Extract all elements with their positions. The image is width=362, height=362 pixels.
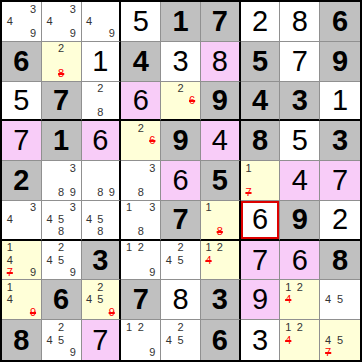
given-digit: 6 — [201, 320, 239, 360]
cell-r9c4[interactable]: 129 — [121, 320, 161, 360]
pencil-mark: 3 — [67, 3, 79, 15]
cell-r8c4[interactable]: 7 — [121, 280, 161, 320]
pencil-mark-empty — [55, 55, 67, 67]
pencil-mark-empty — [67, 214, 79, 226]
pencil-mark-empty — [147, 187, 159, 199]
cell-r6c1[interactable]: 34 — [2, 201, 42, 241]
given-digit: 1 — [42, 121, 81, 160]
pencil-mark-empty — [225, 202, 236, 214]
pencil-marks: 124 — [201, 241, 239, 280]
pencil-mark-empty — [135, 266, 147, 278]
pencil-mark-empty — [95, 3, 106, 15]
pencil-mark-empty — [4, 202, 16, 214]
cell-r9c3[interactable]: 7 — [82, 320, 122, 360]
cell-r1c1[interactable]: 349 — [2, 2, 42, 42]
given-digit: 6 — [42, 280, 81, 319]
pencil-mark-empty — [135, 135, 147, 147]
pencil-mark-empty — [186, 242, 198, 254]
pencil-mark-empty — [55, 28, 67, 40]
pencil-mark-empty — [44, 28, 56, 40]
pencil-mark-empty — [16, 294, 28, 306]
pencil-mark-empty — [84, 306, 95, 318]
pencil-mark: 1 — [123, 202, 135, 214]
pencil-mark-empty — [16, 281, 28, 293]
cell-r3c1[interactable]: 5 — [2, 82, 42, 122]
cell-r6c7[interactable]: 6 — [241, 201, 281, 241]
pencil-mark-empty — [55, 162, 67, 174]
cell-r3c4[interactable]: 6 — [121, 82, 161, 122]
cell-r2c7[interactable]: 5 — [241, 42, 281, 82]
pencil-mark-empty — [163, 346, 175, 359]
solved-digit: 8 — [201, 42, 239, 81]
pencil-marks: 124 — [280, 280, 319, 319]
pencil-mark: 4 — [4, 294, 16, 306]
cell-r8c1[interactable]: 149 — [2, 280, 42, 320]
given-digit: 7 — [121, 280, 160, 319]
cell-r7c2[interactable]: 2459 — [42, 241, 82, 281]
pencil-mark-empty — [67, 321, 79, 334]
pencil-mark-empty — [163, 106, 175, 118]
pencil-mark-empty — [67, 67, 79, 79]
pencil-mark: 2 — [214, 242, 225, 254]
cell-r5c8[interactable]: 4 — [280, 161, 320, 201]
cell-r5c3[interactable]: 89 — [82, 161, 122, 201]
pencil-mark-empty — [106, 162, 117, 174]
pencil-mark-empty — [123, 254, 135, 266]
solved-digit: 3 — [161, 42, 200, 81]
pencil-marks: 28 — [82, 82, 120, 120]
pencil-mark-empty — [55, 174, 67, 186]
cell-r8c7[interactable]: 9 — [241, 280, 281, 320]
cell-r5c6[interactable]: 5 — [201, 161, 241, 201]
pencil-marks: 2459 — [82, 280, 120, 319]
pencil-mark-empty — [84, 83, 95, 95]
pencil-marks: 2459 — [42, 241, 81, 280]
pencil-mark: 4 — [84, 15, 95, 27]
pencil-mark-empty — [334, 321, 346, 334]
pencil-mark: 2 — [55, 242, 67, 254]
cell-r4c4[interactable]: 26 — [121, 121, 161, 161]
pencil-mark: 2 — [95, 281, 106, 293]
cell-r4c9[interactable]: 3 — [320, 121, 360, 161]
pencil-mark-empty — [334, 346, 346, 359]
pencil-marks: 457 — [320, 320, 360, 360]
pencil-mark-empty — [95, 28, 106, 40]
solved-digit: 6 — [161, 161, 200, 200]
pencil-mark: 3 — [147, 202, 159, 214]
solved-digit: 5 — [121, 2, 160, 41]
cell-r7c4[interactable]: 129 — [121, 241, 161, 281]
pencil-mark-empty — [55, 346, 67, 359]
solved-digit: 7 — [2, 121, 41, 160]
cell-r7c7[interactable]: 7 — [241, 241, 281, 281]
cell-r2c2[interactable]: 28 — [42, 42, 82, 82]
given-digit: 8 — [241, 121, 280, 160]
cell-r6c5[interactable]: 7 — [161, 201, 201, 241]
pencil-marks: 3458 — [42, 201, 81, 239]
pencil-mark: 2 — [294, 321, 306, 334]
pencil-mark-empty — [147, 122, 159, 134]
pencil-mark: 1 — [4, 242, 16, 254]
pencil-mark: 4 — [44, 15, 56, 27]
cell-r7c3[interactable]: 3 — [82, 241, 122, 281]
pencil-mark-empty — [67, 174, 79, 186]
pencil-mark: 9 — [147, 266, 159, 278]
pencil-marks: 38 — [121, 161, 160, 200]
cell-r3c3[interactable]: 28 — [82, 82, 122, 122]
cell-r6c8[interactable]: 9 — [280, 201, 320, 241]
solved-digit: 6 — [241, 201, 280, 239]
cell-r8c2[interactable]: 6 — [42, 280, 82, 320]
pencil-mark: 2 — [55, 43, 67, 55]
pencil-mark: 5 — [55, 214, 67, 226]
pencil-mark: 5 — [95, 214, 106, 226]
pencil-mark-empty — [186, 106, 198, 118]
pencil-mark-empty — [67, 15, 79, 27]
pencil-mark-empty — [346, 281, 358, 293]
pencil-mark-empty — [186, 346, 198, 359]
pencil-marks: 138 — [121, 201, 160, 239]
cell-r3c2[interactable]: 7 — [42, 82, 82, 122]
cell-r2c9[interactable]: 9 — [320, 42, 360, 82]
pencil-marks: 458 — [82, 201, 120, 239]
given-digit: 8 — [320, 241, 360, 280]
cell-r1c6[interactable]: 7 — [201, 2, 241, 42]
pencil-mark-empty — [27, 15, 39, 27]
pencil-mark-empty — [27, 242, 39, 254]
pencil-mark: 1 — [4, 281, 16, 293]
pencil-mark-eliminated: 4 — [203, 254, 214, 266]
pencil-mark-empty — [147, 174, 159, 186]
pencil-mark-empty — [163, 83, 175, 95]
pencil-mark-empty — [225, 266, 236, 278]
pencil-mark: 3 — [67, 202, 79, 214]
pencil-mark-empty — [186, 254, 198, 266]
pencil-mark-empty — [106, 94, 117, 106]
pencil-mark-empty — [135, 202, 147, 214]
pencil-mark-empty — [84, 94, 95, 106]
pencil-mark-empty — [106, 281, 117, 293]
pencil-marks: 17 — [241, 161, 280, 200]
pencil-mark-empty — [322, 281, 334, 293]
cell-r4c1[interactable]: 7 — [2, 121, 42, 161]
pencil-mark: 1 — [243, 162, 255, 174]
cell-r5c4[interactable]: 38 — [121, 161, 161, 201]
pencil-mark-empty — [84, 281, 95, 293]
cell-r3c7[interactable]: 4 — [241, 82, 281, 122]
solved-digit: 6 — [82, 121, 120, 160]
pencil-mark: 2 — [135, 242, 147, 254]
cell-r1c5[interactable]: 1 — [161, 2, 201, 42]
sudoku-board: 3493494951728662814385795728626943171626… — [0, 0, 362, 362]
given-digit: 8 — [2, 320, 41, 360]
pencil-mark-empty — [44, 321, 56, 334]
given-digit: 3 — [201, 280, 239, 319]
pencil-mark-empty — [4, 226, 16, 238]
pencil-mark-empty — [67, 43, 79, 55]
pencil-mark: 2 — [175, 83, 187, 95]
pencil-mark: 9 — [106, 187, 117, 199]
pencil-mark-empty — [16, 3, 28, 15]
pencil-mark-eliminated: 7 — [322, 346, 334, 359]
given-digit: 9 — [280, 201, 319, 239]
pencil-mark-empty — [322, 321, 334, 334]
given-digit: 3 — [320, 121, 360, 160]
pencil-mark: 3 — [67, 162, 79, 174]
pencil-mark: 5 — [175, 334, 187, 347]
cell-r3c6[interactable]: 9 — [201, 82, 241, 122]
cell-r1c8[interactable]: 8 — [280, 2, 320, 42]
cell-r8c5[interactable]: 8 — [161, 280, 201, 320]
cell-r4c5[interactable]: 9 — [161, 121, 201, 161]
cell-r4c7[interactable]: 8 — [241, 121, 281, 161]
cell-r1c4[interactable]: 5 — [121, 2, 161, 42]
cell-r8c8[interactable]: 124 — [280, 280, 320, 320]
cell-r9c2[interactable]: 2459 — [42, 320, 82, 360]
cell-r7c9[interactable]: 8 — [320, 241, 360, 281]
cell-r6c9[interactable]: 2 — [320, 201, 360, 241]
pencil-marks: 18 — [201, 201, 239, 239]
pencil-mark-empty — [282, 306, 294, 318]
solved-digit: 7 — [241, 241, 280, 280]
pencil-mark-empty — [55, 15, 67, 27]
pencil-mark-empty — [186, 83, 198, 95]
pencil-mark-empty — [254, 162, 266, 174]
pencil-mark-empty — [306, 281, 318, 293]
cell-r5c9[interactable]: 7 — [320, 161, 360, 201]
pencil-mark-empty — [243, 174, 255, 186]
cell-r7c6[interactable]: 124 — [201, 241, 241, 281]
pencil-mark-empty — [135, 174, 147, 186]
cell-r7c8[interactable]: 6 — [280, 241, 320, 281]
pencil-mark: 4 — [44, 254, 56, 266]
pencil-mark-empty — [44, 67, 56, 79]
pencil-mark-eliminated: 9 — [106, 306, 117, 318]
cell-r2c6[interactable]: 8 — [201, 42, 241, 82]
pencil-mark-empty — [186, 266, 198, 278]
cell-r2c3[interactable]: 1 — [82, 42, 122, 82]
pencil-mark: 4 — [4, 214, 16, 226]
pencil-mark-empty — [334, 306, 346, 318]
pencil-mark-eliminated: 8 — [214, 226, 225, 238]
pencil-mark-empty — [225, 214, 236, 226]
cell-r9c9[interactable]: 457 — [320, 320, 360, 360]
pencil-mark-empty — [106, 106, 117, 118]
cell-r6c3[interactable]: 458 — [82, 201, 122, 241]
pencil-mark-empty — [106, 226, 117, 238]
pencil-mark-empty — [67, 55, 79, 67]
pencil-mark-empty — [123, 122, 135, 134]
cell-r1c9[interactable]: 6 — [320, 2, 360, 42]
pencil-mark: 5 — [55, 254, 67, 266]
pencil-mark-empty — [203, 214, 214, 226]
cell-r6c6[interactable]: 18 — [201, 201, 241, 241]
solved-digit: 4 — [280, 161, 319, 200]
cell-r2c1[interactable]: 6 — [2, 42, 42, 82]
pencil-mark-empty — [214, 202, 225, 214]
pencil-mark: 1 — [123, 242, 135, 254]
cell-r9c1[interactable]: 8 — [2, 320, 42, 360]
pencil-marks: 28 — [42, 42, 81, 81]
given-digit: 4 — [241, 82, 280, 120]
cell-r8c6[interactable]: 3 — [201, 280, 241, 320]
pencil-mark: 2 — [175, 242, 187, 254]
pencil-mark-empty — [163, 321, 175, 334]
cell-r3c9[interactable]: 1 — [320, 82, 360, 122]
pencil-mark: 4 — [322, 334, 334, 347]
pencil-mark-empty — [44, 226, 56, 238]
cell-r4c3[interactable]: 6 — [82, 121, 122, 161]
pencil-mark-empty — [123, 147, 135, 159]
pencil-mark: 1 — [203, 242, 214, 254]
cell-r3c5[interactable]: 26 — [161, 82, 201, 122]
pencil-mark-empty — [106, 174, 117, 186]
pencil-mark: 9 — [147, 346, 159, 359]
pencil-mark-empty — [27, 226, 39, 238]
pencil-mark-empty — [95, 94, 106, 106]
pencil-mark-empty — [135, 346, 147, 359]
cell-r7c5[interactable]: 245 — [161, 241, 201, 281]
cell-r5c7[interactable]: 17 — [241, 161, 281, 201]
pencil-mark-empty — [306, 334, 318, 347]
given-digit: 6 — [2, 42, 41, 81]
pencil-mark-empty — [27, 214, 39, 226]
pencil-marks: 34 — [2, 201, 41, 239]
cell-r8c3[interactable]: 2459 — [82, 280, 122, 320]
cell-r7c1[interactable]: 1479 — [2, 241, 42, 281]
cell-r9c6[interactable]: 6 — [201, 320, 241, 360]
pencil-mark-empty — [186, 334, 198, 347]
pencil-mark-empty — [175, 266, 187, 278]
pencil-mark-empty — [147, 321, 159, 334]
solved-digit: 2 — [320, 201, 360, 239]
cell-r1c3[interactable]: 49 — [82, 2, 122, 42]
pencil-marks: 149 — [2, 280, 41, 319]
cell-r6c2[interactable]: 3458 — [42, 201, 82, 241]
pencil-mark-empty — [123, 266, 135, 278]
pencil-mark: 8 — [135, 226, 147, 238]
pencil-mark-empty — [95, 162, 106, 174]
pencil-mark: 9 — [67, 187, 79, 199]
cell-r9c7[interactable]: 3 — [241, 320, 281, 360]
pencil-mark-empty — [147, 254, 159, 266]
cell-r2c4[interactable]: 4 — [121, 42, 161, 82]
cell-r9c8[interactable]: 124 — [280, 320, 320, 360]
pencil-mark-empty — [147, 147, 159, 159]
solved-digit: 6 — [280, 241, 319, 280]
pencil-mark-empty — [44, 162, 56, 174]
pencil-mark-empty — [67, 334, 79, 347]
pencil-mark-empty — [84, 202, 95, 214]
pencil-marks: 389 — [42, 161, 81, 200]
pencil-mark: 4 — [4, 15, 16, 27]
pencil-mark-empty — [322, 306, 334, 318]
pencil-mark-empty — [16, 242, 28, 254]
cell-r3c8[interactable]: 3 — [280, 82, 320, 122]
pencil-mark-empty — [123, 346, 135, 359]
pencil-mark: 9 — [67, 28, 79, 40]
solved-digit: 6 — [121, 82, 160, 120]
solved-digit: 1 — [320, 82, 360, 120]
cell-r5c2[interactable]: 389 — [42, 161, 82, 201]
pencil-mark-empty — [123, 214, 135, 226]
pencil-mark: 9 — [27, 28, 39, 40]
pencil-mark-empty — [294, 334, 306, 347]
pencil-mark-eliminated: 7 — [4, 266, 16, 278]
pencil-mark-empty — [84, 187, 95, 199]
pencil-mark-empty — [123, 162, 135, 174]
pencil-mark: 5 — [95, 294, 106, 306]
cell-r4c8[interactable]: 5 — [280, 121, 320, 161]
pencil-mark-empty — [27, 254, 39, 266]
pencil-mark-empty — [306, 294, 318, 306]
pencil-mark: 2 — [95, 83, 106, 95]
pencil-mark-empty — [16, 28, 28, 40]
pencil-mark-empty — [214, 266, 225, 278]
given-digit: 1 — [161, 2, 200, 41]
pencil-marks: 89 — [82, 161, 120, 200]
pencil-mark-empty — [95, 306, 106, 318]
pencil-mark-empty — [123, 226, 135, 238]
pencil-mark-empty — [225, 254, 236, 266]
pencil-mark: 1 — [282, 281, 294, 293]
pencil-mark-empty — [84, 226, 95, 238]
pencil-mark-empty — [294, 346, 306, 359]
cell-r2c8[interactable]: 7 — [280, 42, 320, 82]
pencil-marks: 245 — [161, 320, 200, 360]
pencil-mark-empty — [334, 281, 346, 293]
cell-r1c2[interactable]: 349 — [42, 2, 82, 42]
cell-r5c1[interactable]: 2 — [2, 161, 42, 201]
cell-r6c4[interactable]: 138 — [121, 201, 161, 241]
solved-digit: 8 — [161, 280, 200, 319]
cell-r9c5[interactable]: 245 — [161, 320, 201, 360]
cell-r8c9[interactable]: 45 — [320, 280, 360, 320]
pencil-mark-eliminated: 4 — [282, 334, 294, 347]
pencil-mark-empty — [135, 334, 147, 347]
pencil-mark-empty — [123, 174, 135, 186]
pencil-mark-empty — [135, 147, 147, 159]
pencil-mark: 2 — [294, 281, 306, 293]
pencil-mark-empty — [4, 306, 16, 318]
pencil-mark-empty — [55, 3, 67, 15]
pencil-mark: 8 — [95, 106, 106, 118]
cell-r4c6[interactable]: 4 — [201, 121, 241, 161]
cell-r1c7[interactable]: 2 — [241, 2, 281, 42]
given-digit: 5 — [241, 42, 280, 81]
pencil-mark: 4 — [4, 254, 16, 266]
given-digit: 9 — [320, 42, 360, 81]
pencil-mark-empty — [135, 214, 147, 226]
pencil-mark-empty — [95, 174, 106, 186]
pencil-mark: 1 — [203, 202, 214, 214]
cell-r5c5[interactable]: 6 — [161, 161, 201, 201]
pencil-mark: 2 — [55, 321, 67, 334]
pencil-mark-empty — [123, 135, 135, 147]
pencil-mark: 8 — [95, 187, 106, 199]
pencil-mark-empty — [44, 43, 56, 55]
pencil-mark-empty — [163, 266, 175, 278]
cell-r4c2[interactable]: 1 — [42, 121, 82, 161]
pencil-mark-empty — [106, 214, 117, 226]
pencil-mark: 1 — [282, 321, 294, 334]
pencil-mark-empty — [84, 106, 95, 118]
cell-r2c5[interactable]: 3 — [161, 42, 201, 82]
pencil-mark-empty — [203, 226, 214, 238]
pencil-mark-empty — [346, 306, 358, 318]
pencil-mark-empty — [84, 3, 95, 15]
pencil-mark: 9 — [67, 266, 79, 278]
